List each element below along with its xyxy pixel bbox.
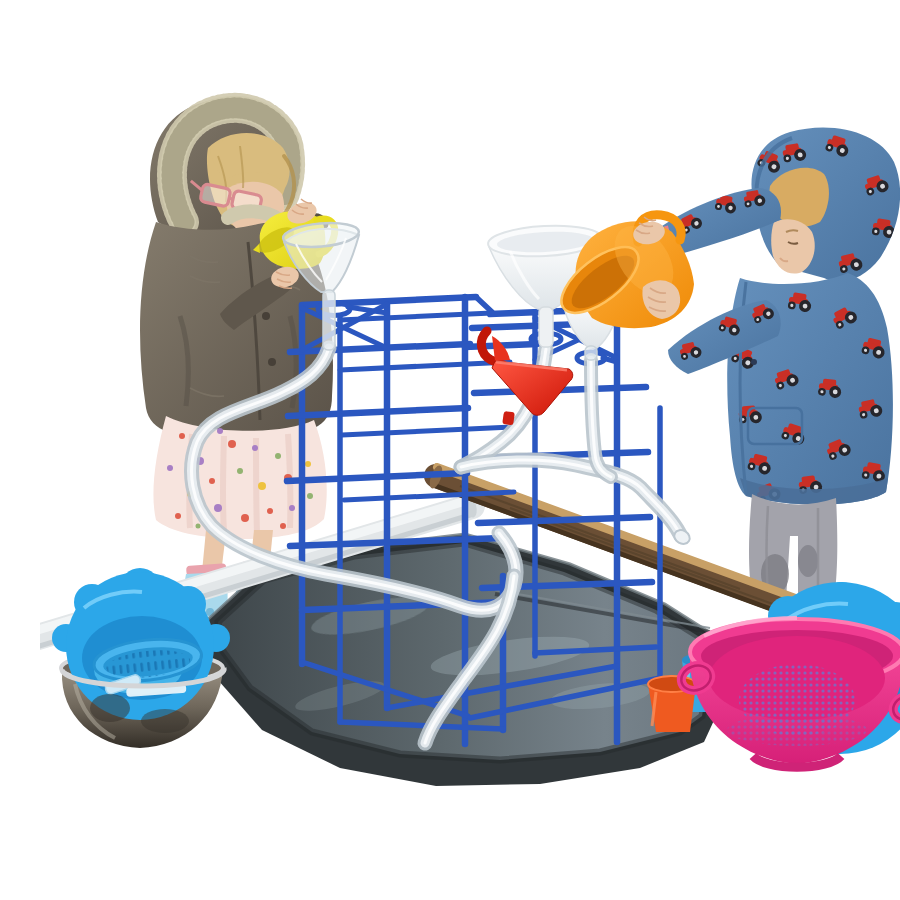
funnels bbox=[282, 220, 620, 425]
boy-jacket-snap bbox=[751, 359, 757, 365]
steel-bowl-tarnish bbox=[90, 694, 130, 722]
left-bowl-group bbox=[52, 568, 230, 748]
steel-bowl-tarnish bbox=[141, 709, 189, 733]
orange-cup bbox=[648, 676, 696, 732]
girl-coat-button bbox=[262, 312, 270, 320]
product-photo bbox=[40, 16, 900, 900]
boy-trousers-wet bbox=[798, 545, 818, 577]
girl-coat-button bbox=[268, 358, 276, 366]
scene-canvas bbox=[40, 16, 900, 900]
boy bbox=[662, 127, 900, 607]
tube-from-cup-funnel bbox=[591, 360, 611, 477]
pink-colander-mesh-lower bbox=[727, 714, 867, 746]
